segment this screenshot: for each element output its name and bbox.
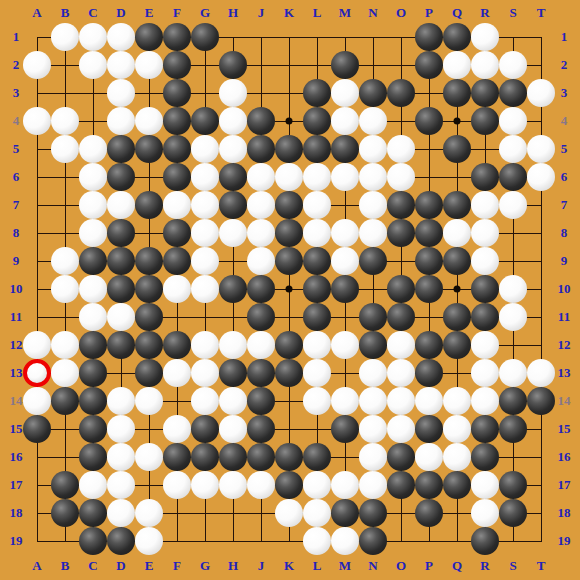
black-stone-O3	[387, 79, 415, 107]
white-stone-R8	[471, 219, 499, 247]
white-stone-L17	[303, 471, 331, 499]
black-stone-J15	[247, 415, 275, 443]
col-label-bottom-T: T	[537, 558, 546, 574]
white-stone-Q8	[443, 219, 471, 247]
black-stone-P2	[415, 51, 443, 79]
white-stone-E19	[135, 527, 163, 555]
black-stone-J10	[247, 275, 275, 303]
black-stone-P4	[415, 107, 443, 135]
col-label-top-G: G	[200, 5, 210, 21]
white-stone-J17	[247, 471, 275, 499]
black-stone-K8	[275, 219, 303, 247]
col-label-top-J: J	[258, 5, 265, 21]
black-stone-C19	[79, 527, 107, 555]
white-stone-L12	[303, 331, 331, 359]
black-stone-C9	[79, 247, 107, 275]
white-stone-C2	[79, 51, 107, 79]
black-stone-O16	[387, 443, 415, 471]
white-stone-O6	[387, 163, 415, 191]
col-label-top-K: K	[284, 5, 294, 21]
black-stone-C13	[79, 359, 107, 387]
black-stone-E10	[135, 275, 163, 303]
row-label-left-2: 2	[13, 57, 20, 73]
black-stone-R6	[471, 163, 499, 191]
row-label-right-15: 15	[558, 421, 571, 437]
black-stone-O17	[387, 471, 415, 499]
black-stone-P12	[415, 331, 443, 359]
col-label-bottom-S: S	[509, 558, 516, 574]
col-label-bottom-Q: Q	[452, 558, 462, 574]
white-stone-M6	[331, 163, 359, 191]
white-stone-N6	[359, 163, 387, 191]
white-stone-G8	[191, 219, 219, 247]
row-label-right-1: 1	[561, 29, 568, 45]
white-stone-Q16	[443, 443, 471, 471]
black-stone-D6	[107, 163, 135, 191]
star-point-K4	[286, 118, 293, 125]
white-stone-E14	[135, 387, 163, 415]
row-label-right-12: 12	[558, 337, 571, 353]
black-stone-L4	[303, 107, 331, 135]
white-stone-B12	[51, 331, 79, 359]
col-label-top-T: T	[537, 5, 546, 21]
black-stone-N12	[359, 331, 387, 359]
white-stone-D7	[107, 191, 135, 219]
row-label-right-18: 18	[558, 505, 571, 521]
black-stone-N19	[359, 527, 387, 555]
white-stone-F13	[163, 359, 191, 387]
col-label-top-H: H	[228, 5, 238, 21]
col-label-bottom-K: K	[284, 558, 294, 574]
white-stone-R13	[471, 359, 499, 387]
white-stone-G13	[191, 359, 219, 387]
black-stone-R15	[471, 415, 499, 443]
white-stone-N13	[359, 359, 387, 387]
black-stone-E7	[135, 191, 163, 219]
black-stone-R4	[471, 107, 499, 135]
white-stone-A2	[23, 51, 51, 79]
white-stone-L19	[303, 527, 331, 555]
white-stone-B13	[51, 359, 79, 387]
black-stone-S17	[499, 471, 527, 499]
col-label-bottom-L: L	[313, 558, 322, 574]
col-label-bottom-R: R	[480, 558, 489, 574]
black-stone-F8	[163, 219, 191, 247]
white-stone-M17	[331, 471, 359, 499]
black-stone-K12	[275, 331, 303, 359]
black-stone-M18	[331, 499, 359, 527]
white-stone-H17	[219, 471, 247, 499]
col-label-bottom-B: B	[61, 558, 70, 574]
white-stone-G17	[191, 471, 219, 499]
white-stone-R2	[471, 51, 499, 79]
black-stone-P15	[415, 415, 443, 443]
col-label-top-L: L	[313, 5, 322, 21]
white-stone-N7	[359, 191, 387, 219]
white-stone-R14	[471, 387, 499, 415]
col-label-top-B: B	[61, 5, 70, 21]
col-label-bottom-M: M	[339, 558, 351, 574]
col-label-bottom-H: H	[228, 558, 238, 574]
white-stone-M14	[331, 387, 359, 415]
row-label-right-7: 7	[561, 197, 568, 213]
black-stone-F4	[163, 107, 191, 135]
white-stone-C10	[79, 275, 107, 303]
row-label-right-2: 2	[561, 57, 568, 73]
black-stone-J4	[247, 107, 275, 135]
white-stone-R7	[471, 191, 499, 219]
black-stone-Q12	[443, 331, 471, 359]
col-label-bottom-O: O	[396, 558, 406, 574]
last-move-white-stone-A13	[23, 359, 51, 387]
black-stone-M2	[331, 51, 359, 79]
col-label-bottom-N: N	[368, 558, 377, 574]
white-stone-G14	[191, 387, 219, 415]
white-stone-L14	[303, 387, 331, 415]
col-label-bottom-P: P	[425, 558, 433, 574]
black-stone-C18	[79, 499, 107, 527]
white-stone-J9	[247, 247, 275, 275]
white-stone-M3	[331, 79, 359, 107]
col-label-top-E: E	[145, 5, 154, 21]
white-stone-A14	[23, 387, 51, 415]
white-stone-H15	[219, 415, 247, 443]
black-stone-P9	[415, 247, 443, 275]
black-stone-P8	[415, 219, 443, 247]
white-stone-H4	[219, 107, 247, 135]
black-stone-D12	[107, 331, 135, 359]
black-stone-Q9	[443, 247, 471, 275]
black-stone-H2	[219, 51, 247, 79]
black-stone-F2	[163, 51, 191, 79]
row-label-left-7: 7	[13, 197, 20, 213]
black-stone-H10	[219, 275, 247, 303]
row-label-right-14: 14	[558, 393, 571, 409]
row-label-right-6: 6	[561, 169, 568, 185]
black-stone-E1	[135, 23, 163, 51]
black-stone-D5	[107, 135, 135, 163]
white-stone-C8	[79, 219, 107, 247]
black-stone-E9	[135, 247, 163, 275]
black-stone-H7	[219, 191, 247, 219]
white-stone-L7	[303, 191, 331, 219]
white-stone-N15	[359, 415, 387, 443]
black-stone-S3	[499, 79, 527, 107]
go-board[interactable]: AABBCCDDEEFFGGHHJJKKLLMMNNOOPPQQRRSSTT11…	[0, 0, 580, 580]
black-stone-R3	[471, 79, 499, 107]
black-stone-H16	[219, 443, 247, 471]
white-stone-B5	[51, 135, 79, 163]
black-stone-P18	[415, 499, 443, 527]
white-stone-H3	[219, 79, 247, 107]
col-label-top-C: C	[88, 5, 97, 21]
white-stone-D16	[107, 443, 135, 471]
row-label-left-5: 5	[13, 141, 20, 157]
black-stone-E12	[135, 331, 163, 359]
row-label-right-11: 11	[558, 309, 570, 325]
col-label-bottom-C: C	[88, 558, 97, 574]
black-stone-P1	[415, 23, 443, 51]
black-stone-P17	[415, 471, 443, 499]
row-label-right-13: 13	[558, 365, 571, 381]
row-label-left-9: 9	[13, 253, 20, 269]
white-stone-M19	[331, 527, 359, 555]
white-stone-S5	[499, 135, 527, 163]
row-label-left-8: 8	[13, 225, 20, 241]
black-stone-J14	[247, 387, 275, 415]
white-stone-L13	[303, 359, 331, 387]
col-label-top-A: A	[32, 5, 41, 21]
black-stone-B14	[51, 387, 79, 415]
col-label-top-N: N	[368, 5, 377, 21]
black-stone-Q7	[443, 191, 471, 219]
black-stone-Q17	[443, 471, 471, 499]
white-stone-T3	[527, 79, 555, 107]
row-label-right-8: 8	[561, 225, 568, 241]
white-stone-M8	[331, 219, 359, 247]
col-label-top-F: F	[173, 5, 181, 21]
row-label-right-4: 4	[561, 113, 568, 129]
white-stone-G7	[191, 191, 219, 219]
black-stone-J16	[247, 443, 275, 471]
black-stone-M5	[331, 135, 359, 163]
white-stone-C7	[79, 191, 107, 219]
col-label-bottom-J: J	[258, 558, 265, 574]
black-stone-O8	[387, 219, 415, 247]
white-stone-E16	[135, 443, 163, 471]
row-label-left-6: 6	[13, 169, 20, 185]
white-stone-D11	[107, 303, 135, 331]
star-point-Q10	[454, 286, 461, 293]
row-label-left-19: 19	[10, 533, 23, 549]
black-stone-D9	[107, 247, 135, 275]
black-stone-J13	[247, 359, 275, 387]
white-stone-G12	[191, 331, 219, 359]
white-stone-S10	[499, 275, 527, 303]
row-label-left-11: 11	[10, 309, 22, 325]
white-stone-N17	[359, 471, 387, 499]
white-stone-Q15	[443, 415, 471, 443]
white-stone-H8	[219, 219, 247, 247]
white-stone-D17	[107, 471, 135, 499]
black-stone-N18	[359, 499, 387, 527]
white-stone-C6	[79, 163, 107, 191]
white-stone-D2	[107, 51, 135, 79]
white-stone-N5	[359, 135, 387, 163]
white-stone-D14	[107, 387, 135, 415]
white-stone-B1	[51, 23, 79, 51]
white-stone-L18	[303, 499, 331, 527]
black-stone-P13	[415, 359, 443, 387]
white-stone-N14	[359, 387, 387, 415]
black-stone-S6	[499, 163, 527, 191]
white-stone-E18	[135, 499, 163, 527]
star-point-Q4	[454, 118, 461, 125]
white-stone-M9	[331, 247, 359, 275]
black-stone-K5	[275, 135, 303, 163]
white-stone-B9	[51, 247, 79, 275]
white-stone-G5	[191, 135, 219, 163]
white-stone-Q14	[443, 387, 471, 415]
white-stone-J7	[247, 191, 275, 219]
black-stone-F16	[163, 443, 191, 471]
black-stone-S14	[499, 387, 527, 415]
white-stone-R1	[471, 23, 499, 51]
row-label-left-16: 16	[10, 449, 23, 465]
white-stone-R9	[471, 247, 499, 275]
white-stone-K18	[275, 499, 303, 527]
white-stone-Q2	[443, 51, 471, 79]
black-stone-G15	[191, 415, 219, 443]
col-label-bottom-A: A	[32, 558, 41, 574]
col-label-top-D: D	[116, 5, 125, 21]
black-stone-H13	[219, 359, 247, 387]
black-stone-F6	[163, 163, 191, 191]
black-stone-C16	[79, 443, 107, 471]
row-label-right-17: 17	[558, 477, 571, 493]
black-stone-Q3	[443, 79, 471, 107]
black-stone-E5	[135, 135, 163, 163]
row-label-left-4: 4	[13, 113, 20, 129]
white-stone-H14	[219, 387, 247, 415]
black-stone-F1	[163, 23, 191, 51]
black-stone-D10	[107, 275, 135, 303]
white-stone-D18	[107, 499, 135, 527]
white-stone-D1	[107, 23, 135, 51]
white-stone-C5	[79, 135, 107, 163]
white-stone-S2	[499, 51, 527, 79]
white-stone-T13	[527, 359, 555, 387]
black-stone-B18	[51, 499, 79, 527]
black-stone-C14	[79, 387, 107, 415]
white-stone-F10	[163, 275, 191, 303]
white-stone-C1	[79, 23, 107, 51]
row-label-right-5: 5	[561, 141, 568, 157]
white-stone-J12	[247, 331, 275, 359]
black-stone-G16	[191, 443, 219, 471]
black-stone-R11	[471, 303, 499, 331]
row-label-right-3: 3	[561, 85, 568, 101]
black-stone-B17	[51, 471, 79, 499]
white-stone-T5	[527, 135, 555, 163]
white-stone-E4	[135, 107, 163, 135]
black-stone-Q5	[443, 135, 471, 163]
black-stone-R19	[471, 527, 499, 555]
white-stone-C11	[79, 303, 107, 331]
row-label-right-10: 10	[558, 281, 571, 297]
black-stone-K17	[275, 471, 303, 499]
black-stone-A15	[23, 415, 51, 443]
white-stone-O5	[387, 135, 415, 163]
white-stone-P14	[415, 387, 443, 415]
black-stone-K7	[275, 191, 303, 219]
col-label-bottom-F: F	[173, 558, 181, 574]
white-stone-S7	[499, 191, 527, 219]
white-stone-S11	[499, 303, 527, 331]
white-stone-S4	[499, 107, 527, 135]
black-stone-J5	[247, 135, 275, 163]
black-stone-O11	[387, 303, 415, 331]
black-stone-K16	[275, 443, 303, 471]
white-stone-N4	[359, 107, 387, 135]
white-stone-G10	[191, 275, 219, 303]
row-label-left-13: 13	[10, 365, 23, 381]
row-label-left-14: 14	[10, 393, 23, 409]
white-stone-H5	[219, 135, 247, 163]
white-stone-F15	[163, 415, 191, 443]
white-stone-M12	[331, 331, 359, 359]
black-stone-L5	[303, 135, 331, 163]
row-label-left-12: 12	[10, 337, 23, 353]
black-stone-D19	[107, 527, 135, 555]
white-stone-D4	[107, 107, 135, 135]
black-stone-C15	[79, 415, 107, 443]
black-stone-N9	[359, 247, 387, 275]
white-stone-B10	[51, 275, 79, 303]
white-stone-T6	[527, 163, 555, 191]
white-stone-P16	[415, 443, 443, 471]
white-stone-D15	[107, 415, 135, 443]
white-stone-J6	[247, 163, 275, 191]
white-stone-N16	[359, 443, 387, 471]
col-label-bottom-E: E	[145, 558, 154, 574]
white-stone-A12	[23, 331, 51, 359]
black-stone-K9	[275, 247, 303, 275]
white-stone-F17	[163, 471, 191, 499]
white-stone-O15	[387, 415, 415, 443]
black-stone-S18	[499, 499, 527, 527]
col-label-top-P: P	[425, 5, 433, 21]
col-label-bottom-G: G	[200, 558, 210, 574]
black-stone-Q1	[443, 23, 471, 51]
white-stone-E2	[135, 51, 163, 79]
black-stone-O7	[387, 191, 415, 219]
row-label-left-15: 15	[10, 421, 23, 437]
col-label-top-Q: Q	[452, 5, 462, 21]
black-stone-L11	[303, 303, 331, 331]
white-stone-O13	[387, 359, 415, 387]
black-stone-L3	[303, 79, 331, 107]
black-stone-O10	[387, 275, 415, 303]
black-stone-T14	[527, 387, 555, 415]
black-stone-K13	[275, 359, 303, 387]
white-stone-R18	[471, 499, 499, 527]
row-label-left-10: 10	[10, 281, 23, 297]
white-stone-A4	[23, 107, 51, 135]
col-label-top-O: O	[396, 5, 406, 21]
black-stone-G1	[191, 23, 219, 51]
black-stone-P7	[415, 191, 443, 219]
row-label-right-9: 9	[561, 253, 568, 269]
white-stone-D3	[107, 79, 135, 107]
white-stone-J8	[247, 219, 275, 247]
white-stone-L6	[303, 163, 331, 191]
white-stone-C17	[79, 471, 107, 499]
black-stone-N3	[359, 79, 387, 107]
black-stone-J11	[247, 303, 275, 331]
black-stone-N11	[359, 303, 387, 331]
black-stone-M15	[331, 415, 359, 443]
black-stone-E11	[135, 303, 163, 331]
white-stone-R12	[471, 331, 499, 359]
white-stone-R17	[471, 471, 499, 499]
black-stone-C12	[79, 331, 107, 359]
col-label-bottom-D: D	[116, 558, 125, 574]
col-label-top-R: R	[480, 5, 489, 21]
white-stone-M4	[331, 107, 359, 135]
black-stone-F5	[163, 135, 191, 163]
white-stone-K6	[275, 163, 303, 191]
